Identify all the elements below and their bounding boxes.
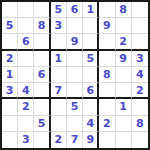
cell-r8c5[interactable]: [67, 116, 83, 132]
given-digit: 8: [119, 4, 127, 15]
given-digit: 6: [86, 85, 94, 96]
cell-r5c4[interactable]: [51, 67, 67, 83]
cell-r7c6[interactable]: [83, 99, 99, 115]
cell-r5c8[interactable]: [116, 67, 132, 83]
cell-r8c9[interactable]: 8: [132, 116, 148, 132]
cell-r9c4[interactable]: 2: [51, 132, 67, 148]
cell-r8c3[interactable]: 5: [34, 116, 50, 132]
cell-r9c2[interactable]: 3: [18, 132, 34, 148]
given-digit: 9: [86, 134, 94, 145]
cell-r8c4[interactable]: [51, 116, 67, 132]
cell-r3c9[interactable]: [132, 34, 148, 50]
given-digit: 1: [86, 4, 94, 15]
cell-r1c1[interactable]: [2, 2, 18, 18]
given-digit: 1: [6, 69, 14, 80]
cell-r6c8[interactable]: [116, 83, 132, 99]
given-digit: 3: [54, 20, 62, 31]
cell-r5c5[interactable]: [67, 67, 83, 83]
cell-r4c8[interactable]: 9: [116, 51, 132, 67]
given-digit: 8: [136, 118, 144, 129]
given-digit: 5: [38, 118, 46, 129]
cell-r4c7[interactable]: [99, 51, 115, 67]
sudoku-board: 561858396922159316843476225154283279: [0, 0, 150, 150]
cell-r4c1[interactable]: 2: [2, 51, 18, 67]
cell-r6c2[interactable]: 4: [18, 83, 34, 99]
cell-r7c3[interactable]: [34, 99, 50, 115]
given-digit: 4: [22, 85, 30, 96]
cell-r9c9[interactable]: [132, 132, 148, 148]
cell-r9c7[interactable]: [99, 132, 115, 148]
cell-r5c7[interactable]: 8: [99, 67, 115, 83]
given-digit: 2: [22, 101, 30, 112]
given-digit: 4: [136, 69, 144, 80]
cell-r3c7[interactable]: [99, 34, 115, 50]
cell-r7c4[interactable]: [51, 99, 67, 115]
cell-r2c3[interactable]: 8: [34, 18, 50, 34]
given-digit: 5: [71, 101, 79, 112]
given-digit: 2: [6, 53, 14, 64]
cell-r4c3[interactable]: [34, 51, 50, 67]
given-digit: 6: [71, 4, 79, 15]
cell-r9c8[interactable]: [116, 132, 132, 148]
given-digit: 8: [103, 69, 111, 80]
cell-r2c8[interactable]: [116, 18, 132, 34]
cell-r8c7[interactable]: 2: [99, 116, 115, 132]
cell-r1c3[interactable]: [34, 2, 50, 18]
cell-r2c6[interactable]: [83, 18, 99, 34]
given-digit: 1: [54, 53, 62, 64]
given-digit: 3: [136, 53, 144, 64]
cell-r9c3[interactable]: [34, 132, 50, 148]
cell-r8c6[interactable]: 4: [83, 116, 99, 132]
cell-r6c4[interactable]: 7: [51, 83, 67, 99]
cell-r2c9[interactable]: [132, 18, 148, 34]
given-digit: 2: [119, 36, 127, 47]
cell-r8c8[interactable]: [116, 116, 132, 132]
cell-r9c1[interactable]: [2, 132, 18, 148]
cell-r4c6[interactable]: 5: [83, 51, 99, 67]
given-digit: 9: [71, 36, 79, 47]
cell-r7c8[interactable]: 1: [116, 99, 132, 115]
cell-r2c1[interactable]: 5: [2, 18, 18, 34]
cell-r4c4[interactable]: 1: [51, 51, 67, 67]
cell-r7c5[interactable]: 5: [67, 99, 83, 115]
cell-r6c9[interactable]: 2: [132, 83, 148, 99]
cell-r1c4[interactable]: 5: [51, 2, 67, 18]
cell-r8c1[interactable]: [2, 116, 18, 132]
cell-r6c3[interactable]: [34, 83, 50, 99]
cell-r7c7[interactable]: [99, 99, 115, 115]
given-digit: 2: [54, 134, 62, 145]
cell-r6c6[interactable]: 6: [83, 83, 99, 99]
given-digit: 5: [6, 20, 14, 31]
cell-r6c7[interactable]: [99, 83, 115, 99]
given-digit: 5: [54, 4, 62, 15]
cell-r1c2[interactable]: [18, 2, 34, 18]
cell-r4c9[interactable]: 3: [132, 51, 148, 67]
cell-r2c7[interactable]: 9: [99, 18, 115, 34]
cell-r3c5[interactable]: 9: [67, 34, 83, 50]
given-digit: 8: [38, 20, 46, 31]
cell-r2c4[interactable]: 3: [51, 18, 67, 34]
cell-r5c9[interactable]: 4: [132, 67, 148, 83]
cell-r5c2[interactable]: [18, 67, 34, 83]
given-digit: 1: [119, 101, 127, 112]
given-digit: 7: [54, 85, 62, 96]
given-digit: 6: [22, 36, 30, 47]
cell-r2c2[interactable]: [18, 18, 34, 34]
cell-r9c5[interactable]: 7: [67, 132, 83, 148]
cell-r3c6[interactable]: [83, 34, 99, 50]
cell-r7c9[interactable]: [132, 99, 148, 115]
cell-r2c5[interactable]: [67, 18, 83, 34]
cell-r1c6[interactable]: 1: [83, 2, 99, 18]
cell-r1c9[interactable]: [132, 2, 148, 18]
cell-r5c3[interactable]: 6: [34, 67, 50, 83]
cell-r7c1[interactable]: [2, 99, 18, 115]
cell-r3c1[interactable]: [2, 34, 18, 50]
given-digit: 2: [136, 85, 144, 96]
cell-r3c4[interactable]: [51, 34, 67, 50]
cell-r7c2[interactable]: 2: [18, 99, 34, 115]
cell-r6c1[interactable]: 3: [2, 83, 18, 99]
cell-r3c8[interactable]: 2: [116, 34, 132, 50]
cell-r1c5[interactable]: 6: [67, 2, 83, 18]
cell-r9c6[interactable]: 9: [83, 132, 99, 148]
given-digit: 7: [71, 134, 79, 145]
given-digit: 6: [38, 69, 46, 80]
cell-r5c6[interactable]: [83, 67, 99, 83]
given-digit: 9: [103, 20, 111, 31]
cell-r6c5[interactable]: [67, 83, 83, 99]
cell-r5c1[interactable]: 1: [2, 67, 18, 83]
given-digit: 9: [119, 53, 127, 64]
cell-r3c3[interactable]: [34, 34, 50, 50]
cell-r4c2[interactable]: [18, 51, 34, 67]
cell-r1c7[interactable]: [99, 2, 115, 18]
cell-r4c5[interactable]: [67, 51, 83, 67]
given-digit: 2: [103, 118, 111, 129]
cell-r8c2[interactable]: [18, 116, 34, 132]
cell-r3c2[interactable]: 6: [18, 34, 34, 50]
given-digit: 4: [86, 118, 94, 129]
given-digit: 3: [22, 134, 30, 145]
given-digit: 3: [6, 85, 14, 96]
cell-r1c8[interactable]: 8: [116, 2, 132, 18]
given-digit: 5: [86, 53, 94, 64]
